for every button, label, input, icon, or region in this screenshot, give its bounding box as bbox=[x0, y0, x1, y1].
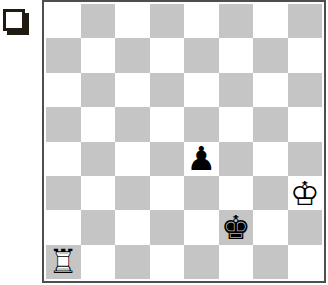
square-b1[interactable] bbox=[81, 245, 116, 279]
square-e6[interactable] bbox=[184, 73, 219, 107]
square-d4[interactable] bbox=[150, 142, 185, 176]
square-b3[interactable] bbox=[81, 176, 116, 210]
square-f2[interactable]: ♚ bbox=[219, 210, 254, 244]
square-c8[interactable] bbox=[115, 4, 150, 38]
square-g1[interactable] bbox=[253, 245, 288, 279]
square-b7[interactable] bbox=[81, 38, 116, 72]
square-c7[interactable] bbox=[115, 38, 150, 72]
square-e2[interactable] bbox=[184, 210, 219, 244]
white-to-move-indicator bbox=[3, 9, 25, 31]
white-king[interactable]: ♚♔ bbox=[290, 177, 320, 210]
square-g8[interactable] bbox=[253, 4, 288, 38]
square-h7[interactable] bbox=[288, 38, 323, 72]
square-g7[interactable] bbox=[253, 38, 288, 72]
square-c2[interactable] bbox=[115, 210, 150, 244]
square-e3[interactable] bbox=[184, 176, 219, 210]
square-f3[interactable] bbox=[219, 176, 254, 210]
square-g2[interactable] bbox=[253, 210, 288, 244]
square-e7[interactable] bbox=[184, 38, 219, 72]
square-h8[interactable] bbox=[288, 4, 323, 38]
square-h6[interactable] bbox=[288, 73, 323, 107]
square-c3[interactable] bbox=[115, 176, 150, 210]
black-king[interactable]: ♚ bbox=[221, 211, 251, 244]
square-d3[interactable] bbox=[150, 176, 185, 210]
square-b6[interactable] bbox=[81, 73, 116, 107]
square-b2[interactable] bbox=[81, 210, 116, 244]
square-a3[interactable] bbox=[46, 176, 81, 210]
square-h4[interactable] bbox=[288, 142, 323, 176]
square-b4[interactable] bbox=[81, 142, 116, 176]
square-d8[interactable] bbox=[150, 4, 185, 38]
square-b8[interactable] bbox=[81, 4, 116, 38]
square-g6[interactable] bbox=[253, 73, 288, 107]
board: ♟♚♔♚♜♖ bbox=[42, 0, 326, 283]
square-d5[interactable] bbox=[150, 107, 185, 141]
square-g5[interactable] bbox=[253, 107, 288, 141]
square-e5[interactable] bbox=[184, 107, 219, 141]
square-c1[interactable] bbox=[115, 245, 150, 279]
square-a2[interactable] bbox=[46, 210, 81, 244]
black-pawn[interactable]: ♟ bbox=[186, 142, 216, 175]
square-a5[interactable] bbox=[46, 107, 81, 141]
piece-outline: ♖ bbox=[48, 242, 78, 281]
square-h3[interactable]: ♚♔ bbox=[288, 176, 323, 210]
square-a6[interactable] bbox=[46, 73, 81, 107]
chess-diagram: ♟♚♔♚♜♖ bbox=[0, 0, 328, 285]
square-h2[interactable] bbox=[288, 210, 323, 244]
square-b5[interactable] bbox=[81, 107, 116, 141]
square-a8[interactable] bbox=[46, 4, 81, 38]
square-e8[interactable] bbox=[184, 4, 219, 38]
square-c4[interactable] bbox=[115, 142, 150, 176]
square-e4[interactable]: ♟ bbox=[184, 142, 219, 176]
square-d7[interactable] bbox=[150, 38, 185, 72]
square-e1[interactable] bbox=[184, 245, 219, 279]
white-rook[interactable]: ♜♖ bbox=[48, 245, 78, 278]
square-f7[interactable] bbox=[219, 38, 254, 72]
square-d1[interactable] bbox=[150, 245, 185, 279]
square-c5[interactable] bbox=[115, 107, 150, 141]
square-d2[interactable] bbox=[150, 210, 185, 244]
square-a7[interactable] bbox=[46, 38, 81, 72]
piece-outline: ♔ bbox=[290, 174, 320, 213]
square-f8[interactable] bbox=[219, 4, 254, 38]
square-c6[interactable] bbox=[115, 73, 150, 107]
square-h1[interactable] bbox=[288, 245, 323, 279]
square-f6[interactable] bbox=[219, 73, 254, 107]
square-h5[interactable] bbox=[288, 107, 323, 141]
square-f5[interactable] bbox=[219, 107, 254, 141]
square-f1[interactable] bbox=[219, 245, 254, 279]
square-g3[interactable] bbox=[253, 176, 288, 210]
square-a1[interactable]: ♜♖ bbox=[46, 245, 81, 279]
square-a4[interactable] bbox=[46, 142, 81, 176]
square-f4[interactable] bbox=[219, 142, 254, 176]
square-d6[interactable] bbox=[150, 73, 185, 107]
square-g4[interactable] bbox=[253, 142, 288, 176]
